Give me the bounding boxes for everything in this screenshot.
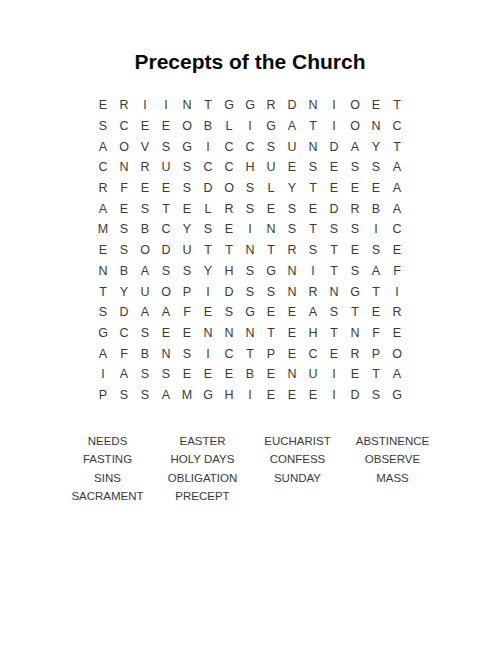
word-list-empty xyxy=(250,487,345,506)
grid-cell[interactable]: E xyxy=(366,302,387,323)
grid-cell[interactable]: N xyxy=(303,136,324,157)
grid-cell[interactable]: R xyxy=(345,198,366,219)
grid-cell[interactable]: O xyxy=(177,116,198,137)
grid-cell[interactable]: D xyxy=(156,240,177,261)
grid-cell[interactable]: N xyxy=(324,281,345,302)
grid-cell[interactable]: E xyxy=(282,157,303,178)
grid-cell[interactable]: E xyxy=(282,343,303,364)
grid-cell[interactable]: S xyxy=(135,385,156,406)
grid-cell[interactable]: R xyxy=(261,95,282,116)
grid-cell[interactable]: I xyxy=(240,385,261,406)
grid-cell[interactable]: R xyxy=(387,302,408,323)
grid-cell[interactable]: E xyxy=(198,364,219,385)
grid-cell[interactable]: I xyxy=(156,95,177,116)
grid-cell[interactable]: C xyxy=(198,157,219,178)
grid-cell[interactable]: A xyxy=(135,261,156,282)
grid-cell[interactable]: S xyxy=(156,136,177,157)
grid-cell[interactable]: N xyxy=(303,95,324,116)
grid-cell[interactable]: T xyxy=(387,95,408,116)
grid-cell[interactable]: T xyxy=(261,323,282,344)
grid-cell[interactable]: E xyxy=(282,323,303,344)
grid-cell[interactable]: C xyxy=(114,323,135,344)
grid-cell[interactable]: T xyxy=(366,281,387,302)
grid-cell[interactable]: M xyxy=(93,219,114,240)
word-list-item: SACRAMENT xyxy=(60,487,155,506)
grid-cell[interactable]: T xyxy=(198,240,219,261)
grid-cell[interactable]: E xyxy=(282,302,303,323)
grid-cell[interactable]: S xyxy=(324,219,345,240)
grid-cell[interactable]: N xyxy=(114,157,135,178)
grid-cell[interactable]: E xyxy=(324,178,345,199)
grid-cell[interactable]: P xyxy=(366,343,387,364)
grid-cell[interactable]: S xyxy=(282,219,303,240)
grid-cell[interactable]: P xyxy=(261,343,282,364)
grid-cell[interactable]: F xyxy=(114,178,135,199)
grid-cell[interactable]: I xyxy=(240,219,261,240)
grid-cell[interactable]: B xyxy=(135,343,156,364)
grid-cell[interactable]: A xyxy=(156,302,177,323)
grid-cell[interactable]: D xyxy=(324,198,345,219)
grid-cell[interactable]: N xyxy=(345,323,366,344)
grid-cell[interactable]: S xyxy=(324,302,345,323)
grid-cell[interactable]: S xyxy=(366,240,387,261)
grid-cell[interactable]: A xyxy=(93,136,114,157)
grid-cell[interactable]: O xyxy=(156,281,177,302)
grid-cell[interactable]: T xyxy=(303,178,324,199)
grid-cell[interactable]: F xyxy=(387,261,408,282)
grid-cell[interactable]: E xyxy=(177,198,198,219)
grid-cell[interactable]: E xyxy=(261,302,282,323)
grid-cell[interactable]: I xyxy=(198,136,219,157)
grid-cell[interactable]: D xyxy=(282,95,303,116)
grid-cell[interactable]: S xyxy=(240,178,261,199)
grid-cell[interactable]: T xyxy=(366,364,387,385)
grid-cell[interactable]: D xyxy=(345,385,366,406)
grid-cell[interactable]: A xyxy=(303,302,324,323)
grid-cell[interactable]: T xyxy=(219,240,240,261)
grid-cell[interactable]: E xyxy=(177,323,198,344)
grid-cell[interactable]: A xyxy=(93,343,114,364)
grid-cell[interactable]: T xyxy=(261,240,282,261)
grid-cell[interactable]: A xyxy=(366,261,387,282)
grid-cell[interactable]: N xyxy=(240,240,261,261)
grid-cell[interactable]: N xyxy=(219,323,240,344)
grid-cell[interactable]: T xyxy=(303,116,324,137)
grid-cell[interactable]: N xyxy=(261,219,282,240)
grid-cell[interactable]: S xyxy=(177,261,198,282)
grid-cell[interactable]: T xyxy=(324,261,345,282)
grid-cell[interactable]: C xyxy=(240,136,261,157)
grid-cell[interactable]: R xyxy=(282,240,303,261)
grid-cell[interactable]: F xyxy=(177,302,198,323)
grid-cell[interactable]: S xyxy=(93,116,114,137)
grid-cell[interactable]: E xyxy=(303,198,324,219)
grid-cell[interactable]: E xyxy=(156,116,177,137)
grid-cell[interactable]: Y xyxy=(177,219,198,240)
grid-cell[interactable]: R xyxy=(135,157,156,178)
grid-cell[interactable]: E xyxy=(303,385,324,406)
grid-cell[interactable]: E xyxy=(282,385,303,406)
grid-cell[interactable]: O xyxy=(114,136,135,157)
grid-cell[interactable]: S xyxy=(345,261,366,282)
grid-cell[interactable]: G xyxy=(387,385,408,406)
grid-cell[interactable]: S xyxy=(240,198,261,219)
grid-cell[interactable]: L xyxy=(198,198,219,219)
grid-cell[interactable]: C xyxy=(156,219,177,240)
grid-cell[interactable]: Y xyxy=(198,261,219,282)
grid-cell[interactable]: D xyxy=(324,136,345,157)
grid-cell[interactable]: I xyxy=(324,95,345,116)
grid-cell[interactable]: L xyxy=(261,178,282,199)
grid-cell[interactable]: S xyxy=(156,364,177,385)
grid-cell[interactable]: N xyxy=(93,261,114,282)
grid-cell[interactable]: D xyxy=(114,302,135,323)
grid-cell[interactable]: S xyxy=(135,198,156,219)
grid-cell[interactable]: B xyxy=(135,219,156,240)
grid-cell[interactable]: N xyxy=(156,343,177,364)
grid-cell[interactable]: S xyxy=(240,281,261,302)
grid-cell[interactable]: E xyxy=(177,364,198,385)
grid-cell[interactable]: A xyxy=(387,178,408,199)
grid-cell[interactable]: E xyxy=(156,323,177,344)
grid-cell[interactable]: Y xyxy=(282,178,303,199)
grid-cell[interactable]: C xyxy=(114,116,135,137)
grid-cell[interactable]: T xyxy=(156,198,177,219)
grid-cell[interactable]: S xyxy=(156,261,177,282)
grid-cell[interactable]: C xyxy=(219,136,240,157)
grid-cell[interactable]: O xyxy=(345,116,366,137)
grid-cell[interactable]: E xyxy=(135,116,156,137)
grid-cell[interactable]: E xyxy=(345,240,366,261)
grid-cell[interactable]: A xyxy=(345,136,366,157)
grid-cell[interactable]: E xyxy=(324,157,345,178)
grid-cell[interactable]: I xyxy=(324,116,345,137)
grid-cell[interactable]: I xyxy=(366,219,387,240)
grid-cell[interactable]: G xyxy=(240,95,261,116)
grid-cell[interactable]: I xyxy=(303,261,324,282)
grid-cell[interactable]: D xyxy=(198,178,219,199)
word-list-item: SINS xyxy=(60,468,155,487)
grid-cell[interactable]: B xyxy=(366,198,387,219)
grid-cell[interactable]: A xyxy=(114,364,135,385)
grid-cell[interactable]: S xyxy=(135,323,156,344)
grid-cell[interactable]: E xyxy=(261,198,282,219)
grid-cell[interactable]: N xyxy=(282,281,303,302)
grid-cell[interactable]: C xyxy=(387,116,408,137)
grid-cell[interactable]: U xyxy=(303,364,324,385)
grid-cell[interactable]: A xyxy=(387,364,408,385)
grid-cell[interactable]: C xyxy=(387,219,408,240)
grid-cell[interactable]: N xyxy=(198,323,219,344)
grid-cell[interactable]: S xyxy=(261,136,282,157)
word-list-item: OBSERVE xyxy=(345,450,440,469)
grid-cell[interactable]: E xyxy=(345,364,366,385)
grid-cell[interactable]: G xyxy=(345,281,366,302)
grid-cell[interactable]: A xyxy=(156,385,177,406)
grid-cell[interactable]: P xyxy=(177,281,198,302)
grid-cell[interactable]: S xyxy=(114,385,135,406)
grid-cell[interactable]: Y xyxy=(366,136,387,157)
grid-cell[interactable]: E xyxy=(261,364,282,385)
grid-cell[interactable]: U xyxy=(282,136,303,157)
grid-cell[interactable]: A xyxy=(282,116,303,137)
grid-cell[interactable]: I xyxy=(324,364,345,385)
grid-cell[interactable]: I xyxy=(198,343,219,364)
grid-cell[interactable]: O xyxy=(345,95,366,116)
grid-cell[interactable]: C xyxy=(219,343,240,364)
grid-cell[interactable]: R xyxy=(114,95,135,116)
grid-cell[interactable]: H xyxy=(219,261,240,282)
grid-cell[interactable]: S xyxy=(366,385,387,406)
grid-cell[interactable]: I xyxy=(240,116,261,137)
grid-cell[interactable]: I xyxy=(387,281,408,302)
grid-cell[interactable]: E xyxy=(261,385,282,406)
grid-cell[interactable]: R xyxy=(345,343,366,364)
grid-cell[interactable]: F xyxy=(366,323,387,344)
grid-cell[interactable]: E xyxy=(366,178,387,199)
grid-cell[interactable]: T xyxy=(387,136,408,157)
grid-cell[interactable]: O xyxy=(387,343,408,364)
grid-cell[interactable]: A xyxy=(93,198,114,219)
grid-cell[interactable]: F xyxy=(114,343,135,364)
grid-cell[interactable]: G xyxy=(198,385,219,406)
word-list-item: OBLIGATION xyxy=(155,468,250,487)
grid-cell[interactable]: D xyxy=(219,281,240,302)
grid-cell[interactable]: M xyxy=(177,385,198,406)
grid-cell[interactable]: E xyxy=(324,343,345,364)
grid-cell[interactable]: I xyxy=(93,364,114,385)
word-search-page: Precepts of the Church ERIINTGGRDNIOETSC… xyxy=(0,0,500,647)
grid-cell[interactable]: B xyxy=(240,364,261,385)
word-list-item: EASTER xyxy=(155,431,250,450)
word-list-item: CONFESS xyxy=(250,450,345,469)
grid-cell[interactable]: O xyxy=(135,240,156,261)
grid-cell[interactable]: G xyxy=(240,302,261,323)
grid-cell[interactable]: R xyxy=(219,198,240,219)
grid-cell[interactable]: U xyxy=(156,157,177,178)
grid-cell[interactable]: E xyxy=(198,302,219,323)
grid-cell[interactable]: T xyxy=(240,343,261,364)
grid-cell[interactable]: E xyxy=(114,198,135,219)
grid-cell[interactable]: S xyxy=(240,261,261,282)
grid-cell[interactable]: S xyxy=(198,219,219,240)
grid-cell[interactable]: T xyxy=(324,240,345,261)
grid-cell[interactable]: E xyxy=(219,364,240,385)
grid-cell[interactable]: T xyxy=(345,302,366,323)
grid-cell[interactable]: I xyxy=(198,281,219,302)
grid-cell[interactable]: S xyxy=(177,343,198,364)
word-list-item: PRECEPT xyxy=(155,487,250,506)
grid-cell[interactable]: C xyxy=(303,343,324,364)
grid-cell[interactable]: E xyxy=(387,323,408,344)
grid-cell[interactable]: S xyxy=(219,302,240,323)
grid-cell[interactable]: P xyxy=(93,385,114,406)
grid-cell[interactable]: S xyxy=(345,157,366,178)
grid-cell[interactable]: S xyxy=(114,240,135,261)
grid-cell[interactable]: H xyxy=(303,323,324,344)
grid-cell[interactable]: H xyxy=(240,157,261,178)
grid-cell[interactable]: S xyxy=(177,178,198,199)
grid-cell[interactable]: R xyxy=(93,178,114,199)
grid-cell[interactable]: B xyxy=(114,261,135,282)
grid-cell[interactable]: G xyxy=(261,261,282,282)
grid-cell[interactable]: A xyxy=(135,302,156,323)
grid-cell[interactable]: E xyxy=(135,178,156,199)
grid-cell[interactable]: C xyxy=(93,157,114,178)
word-list-item: EUCHARIST xyxy=(250,431,345,450)
grid-cell[interactable]: S xyxy=(114,219,135,240)
grid-cell[interactable]: B xyxy=(198,116,219,137)
grid-cell[interactable]: R xyxy=(303,281,324,302)
grid-cell[interactable]: T xyxy=(324,323,345,344)
grid-cell[interactable]: I xyxy=(324,385,345,406)
grid-cell[interactable]: O xyxy=(219,178,240,199)
grid-cell[interactable]: G xyxy=(93,323,114,344)
grid-cell[interactable]: S xyxy=(261,281,282,302)
grid-cell[interactable]: T xyxy=(198,95,219,116)
letter-grid: ERIINTGGRDNIOETSCEEOBLIGATIONCAOVSGICCSU… xyxy=(93,95,408,405)
grid-cell[interactable]: E xyxy=(366,95,387,116)
grid-cell[interactable]: N xyxy=(366,116,387,137)
grid-cell[interactable]: N xyxy=(282,364,303,385)
word-list-empty xyxy=(345,487,440,506)
grid-cell[interactable]: N xyxy=(177,95,198,116)
grid-cell[interactable]: S xyxy=(303,240,324,261)
grid-cell[interactable]: U xyxy=(177,240,198,261)
word-list-item: NEEDS xyxy=(60,431,155,450)
grid-cell[interactable]: S xyxy=(177,157,198,178)
grid-cell[interactable]: H xyxy=(219,385,240,406)
grid-cell[interactable]: T xyxy=(303,219,324,240)
grid-cell[interactable]: S xyxy=(135,364,156,385)
grid-cell[interactable]: N xyxy=(240,323,261,344)
grid-cell[interactable]: N xyxy=(282,261,303,282)
word-list-item: HOLY DAYS xyxy=(155,450,250,469)
grid-cell[interactable]: C xyxy=(219,157,240,178)
grid-cell[interactable]: G xyxy=(219,95,240,116)
puzzle-title: Precepts of the Church xyxy=(0,0,500,74)
word-list-item: FASTING xyxy=(60,450,155,469)
word-list-item: SUNDAY xyxy=(250,468,345,487)
grid-cell[interactable]: S xyxy=(366,157,387,178)
word-list-item: ABSTINENCE xyxy=(345,431,440,450)
grid-cell[interactable]: S xyxy=(282,198,303,219)
grid-cell[interactable]: E xyxy=(93,95,114,116)
grid-cell[interactable]: Y xyxy=(114,281,135,302)
grid-cell[interactable]: E xyxy=(156,178,177,199)
grid-cell[interactable]: T xyxy=(93,281,114,302)
grid-cell[interactable]: S xyxy=(303,157,324,178)
grid-cell[interactable]: L xyxy=(219,116,240,137)
grid-cell[interactable]: V xyxy=(135,136,156,157)
grid-cell[interactable]: I xyxy=(135,95,156,116)
word-list-item: MASS xyxy=(345,468,440,487)
grid-cell[interactable]: U xyxy=(135,281,156,302)
grid-cell[interactable]: E xyxy=(345,178,366,199)
grid-cell[interactable]: S xyxy=(93,302,114,323)
grid-cell[interactable]: A xyxy=(387,157,408,178)
grid-cell[interactable]: A xyxy=(387,198,408,219)
grid-cell[interactable]: G xyxy=(261,116,282,137)
grid-cell[interactable]: U xyxy=(261,157,282,178)
grid-cell[interactable]: E xyxy=(219,219,240,240)
grid-cell[interactable]: G xyxy=(177,136,198,157)
grid-cell[interactable]: E xyxy=(93,240,114,261)
word-list: NEEDSEASTEREUCHARISTABSTINENCEFASTINGHOL… xyxy=(60,431,440,505)
grid-cell[interactable]: S xyxy=(345,219,366,240)
grid-cell[interactable]: E xyxy=(387,240,408,261)
